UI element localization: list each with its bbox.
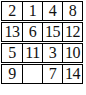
tile-4[interactable]: 4 <box>42 2 62 20</box>
tile-11[interactable]: 11 <box>22 44 42 62</box>
tile-13[interactable]: 13 <box>2 23 22 41</box>
tile-9[interactable]: 9 <box>2 65 22 83</box>
tile-10[interactable]: 10 <box>62 44 82 62</box>
tile-12[interactable]: 12 <box>62 23 82 41</box>
tile-8[interactable]: 8 <box>62 2 82 20</box>
tile-6[interactable]: 6 <box>22 23 42 41</box>
board-row-1: 2 1 4 8 <box>1 1 83 21</box>
tile-3[interactable]: 3 <box>42 44 62 62</box>
tile-14[interactable]: 14 <box>62 65 82 83</box>
tile-15[interactable]: 15 <box>42 23 62 41</box>
tile-2[interactable]: 2 <box>2 2 22 20</box>
blank-tile <box>22 65 42 83</box>
fifteen-puzzle-board: 2 1 4 8 13 6 15 12 5 11 3 10 9 7 14 <box>1 1 83 84</box>
board-row-3: 5 11 3 10 <box>1 43 83 63</box>
tile-7[interactable]: 7 <box>42 65 62 83</box>
board-row-2: 13 6 15 12 <box>1 22 83 42</box>
tile-1[interactable]: 1 <box>22 2 42 20</box>
tile-5[interactable]: 5 <box>2 44 22 62</box>
board-row-4: 9 7 14 <box>1 64 83 84</box>
